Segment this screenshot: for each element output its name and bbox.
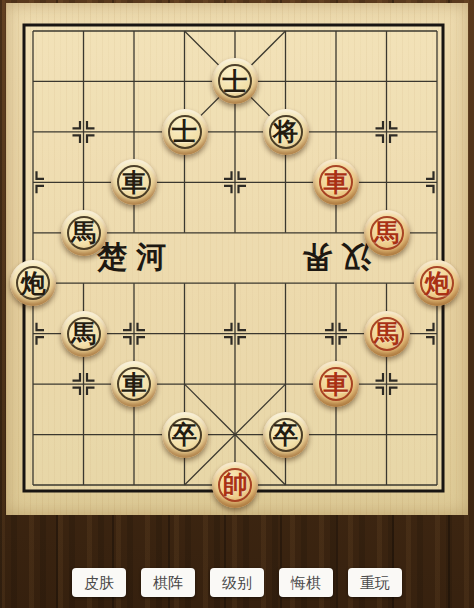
piece-red-cannon[interactable]: 炮 — [414, 260, 460, 306]
river-label-right: 汉界 — [293, 242, 371, 272]
piece-black-horse[interactable]: 馬 — [61, 311, 107, 357]
piece-black-horse[interactable]: 馬 — [61, 210, 107, 256]
piece-black-pawn[interactable]: 卒 — [263, 412, 309, 458]
piece-glyph: 将 — [263, 109, 309, 155]
undo-button[interactable]: 悔棋 — [279, 568, 333, 597]
river-label-left: 楚河 — [97, 242, 175, 272]
piece-glyph: 馬 — [61, 311, 107, 357]
piece-black-cannon[interactable]: 炮 — [10, 260, 56, 306]
restart-button[interactable]: 重玩 — [348, 568, 402, 597]
piece-red-horse[interactable]: 馬 — [364, 210, 410, 256]
piece-glyph: 車 — [313, 361, 359, 407]
piece-glyph: 炮 — [414, 260, 460, 306]
piece-black-rook[interactable]: 車 — [111, 159, 157, 205]
piece-glyph: 車 — [313, 159, 359, 205]
skin-button[interactable]: 皮肤 — [72, 568, 126, 597]
piece-glyph: 炮 — [10, 260, 56, 306]
piece-glyph: 車 — [111, 159, 157, 205]
toolbar: 皮肤 棋阵 级别 悔棋 重玩 — [0, 568, 474, 597]
piece-glyph: 士 — [212, 58, 258, 104]
piece-black-general[interactable]: 将 — [263, 109, 309, 155]
piece-black-pawn[interactable]: 卒 — [162, 412, 208, 458]
piece-red-general[interactable]: 帥 — [212, 462, 258, 508]
level-button[interactable]: 级别 — [210, 568, 264, 597]
piece-black-advisor[interactable]: 士 — [162, 109, 208, 155]
piece-red-rook[interactable]: 車 — [313, 159, 359, 205]
piece-glyph: 馬 — [61, 210, 107, 256]
piece-glyph: 馬 — [364, 311, 410, 357]
piece-red-horse[interactable]: 馬 — [364, 311, 410, 357]
piece-glyph: 卒 — [263, 412, 309, 458]
piece-glyph: 卒 — [162, 412, 208, 458]
piece-glyph: 馬 — [364, 210, 410, 256]
piece-black-advisor[interactable]: 士 — [212, 58, 258, 104]
piece-black-rook[interactable]: 車 — [111, 361, 157, 407]
piece-glyph: 帥 — [212, 462, 258, 508]
piece-glyph: 士 — [162, 109, 208, 155]
formation-button[interactable]: 棋阵 — [141, 568, 195, 597]
piece-glyph: 車 — [111, 361, 157, 407]
piece-red-rook[interactable]: 車 — [313, 361, 359, 407]
